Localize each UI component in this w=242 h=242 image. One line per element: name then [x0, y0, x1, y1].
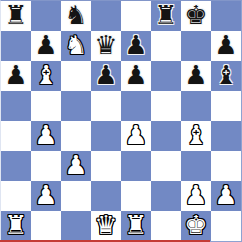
- black-pawn-piece[interactable]: ♟: [184, 61, 207, 90]
- square-f8[interactable]: ♜: [151, 1, 181, 31]
- black-pawn-piece[interactable]: ♟: [34, 31, 57, 60]
- square-g1[interactable]: ♚: [181, 211, 211, 241]
- black-pawn-piece[interactable]: ♟: [124, 31, 147, 60]
- square-d4[interactable]: [91, 121, 121, 151]
- square-f7[interactable]: [151, 31, 181, 61]
- square-f1[interactable]: [151, 211, 181, 241]
- square-b1[interactable]: [31, 211, 61, 241]
- square-c3[interactable]: ♟: [61, 151, 91, 181]
- black-pawn-piece[interactable]: ♟: [124, 61, 147, 90]
- square-e2[interactable]: [121, 181, 151, 211]
- black-knight-piece[interactable]: ♞: [64, 1, 87, 30]
- square-a6[interactable]: ♟: [1, 61, 31, 91]
- square-g4[interactable]: ♝: [181, 121, 211, 151]
- square-f6[interactable]: [151, 61, 181, 91]
- square-a1[interactable]: ♜: [1, 211, 31, 241]
- white-pawn-piece[interactable]: ♟: [34, 121, 57, 150]
- white-knight-piece[interactable]: ♞: [64, 31, 87, 60]
- white-bishop-piece[interactable]: ♝: [34, 61, 57, 90]
- square-e8[interactable]: [121, 1, 151, 31]
- black-pawn-piece[interactable]: ♟: [94, 61, 117, 90]
- square-h2[interactable]: ♟: [211, 181, 241, 211]
- square-c2[interactable]: [61, 181, 91, 211]
- square-a2[interactable]: [1, 181, 31, 211]
- square-f4[interactable]: [151, 121, 181, 151]
- black-pawn-piece[interactable]: ♟: [214, 31, 237, 60]
- square-e6[interactable]: ♟: [121, 61, 151, 91]
- square-b4[interactable]: ♟: [31, 121, 61, 151]
- square-b8[interactable]: [31, 1, 61, 31]
- square-b6[interactable]: ♝: [31, 61, 61, 91]
- square-e5[interactable]: [121, 91, 151, 121]
- square-b5[interactable]: [31, 91, 61, 121]
- black-pawn-piece[interactable]: ♟: [4, 61, 27, 90]
- black-king-piece[interactable]: ♚: [184, 1, 207, 30]
- square-h4[interactable]: [211, 121, 241, 151]
- square-g5[interactable]: [181, 91, 211, 121]
- square-e3[interactable]: [121, 151, 151, 181]
- square-e1[interactable]: ♜: [121, 211, 151, 241]
- square-a5[interactable]: [1, 91, 31, 121]
- square-h1[interactable]: [211, 211, 241, 241]
- square-d5[interactable]: [91, 91, 121, 121]
- square-g7[interactable]: [181, 31, 211, 61]
- square-b7[interactable]: ♟: [31, 31, 61, 61]
- square-c8[interactable]: ♞: [61, 1, 91, 31]
- square-g6[interactable]: ♟: [181, 61, 211, 91]
- black-rook-piece[interactable]: ♜: [154, 1, 177, 30]
- square-d3[interactable]: [91, 151, 121, 181]
- square-d8[interactable]: [91, 1, 121, 31]
- black-queen-piece[interactable]: ♛: [94, 31, 117, 60]
- white-pawn-piece[interactable]: ♟: [184, 181, 207, 210]
- square-d7[interactable]: ♛: [91, 31, 121, 61]
- white-rook-piece[interactable]: ♜: [4, 211, 27, 240]
- square-d2[interactable]: [91, 181, 121, 211]
- square-h6[interactable]: ♝: [211, 61, 241, 91]
- square-d1[interactable]: ♛: [91, 211, 121, 241]
- square-c6[interactable]: [61, 61, 91, 91]
- square-c1[interactable]: [61, 211, 91, 241]
- square-a7[interactable]: [1, 31, 31, 61]
- square-b2[interactable]: ♟: [31, 181, 61, 211]
- square-h8[interactable]: [211, 1, 241, 31]
- square-e4[interactable]: ♟: [121, 121, 151, 151]
- square-c5[interactable]: [61, 91, 91, 121]
- square-e7[interactable]: ♟: [121, 31, 151, 61]
- black-bishop-piece[interactable]: ♝: [214, 61, 237, 90]
- square-a4[interactable]: [1, 121, 31, 151]
- square-h5[interactable]: [211, 91, 241, 121]
- square-f5[interactable]: [151, 91, 181, 121]
- square-c4[interactable]: [61, 121, 91, 151]
- white-pawn-piece[interactable]: ♟: [64, 151, 87, 180]
- square-b3[interactable]: [31, 151, 61, 181]
- square-g2[interactable]: ♟: [181, 181, 211, 211]
- square-f2[interactable]: [151, 181, 181, 211]
- white-pawn-piece[interactable]: ♟: [124, 121, 147, 150]
- black-rook-piece[interactable]: ♜: [4, 1, 27, 30]
- chess-board: ♜♞♜♚♟♞♛♟♟♟♝♟♟♟♝♟♟♝♟♟♟♟♜♛♜♚: [0, 0, 242, 242]
- square-a3[interactable]: [1, 151, 31, 181]
- chess-app-window: ♜♞♜♚♟♞♛♟♟♟♝♟♟♟♝♟♟♝♟♟♟♟♜♛♜♚: [0, 0, 242, 242]
- square-d6[interactable]: ♟: [91, 61, 121, 91]
- white-queen-piece[interactable]: ♛: [94, 211, 117, 240]
- square-c7[interactable]: ♞: [61, 31, 91, 61]
- square-f3[interactable]: [151, 151, 181, 181]
- white-king-piece[interactable]: ♚: [184, 211, 207, 240]
- square-g8[interactable]: ♚: [181, 1, 211, 31]
- square-h3[interactable]: [211, 151, 241, 181]
- square-h7[interactable]: ♟: [211, 31, 241, 61]
- white-pawn-piece[interactable]: ♟: [34, 181, 57, 210]
- white-rook-piece[interactable]: ♜: [124, 211, 147, 240]
- square-g3[interactable]: [181, 151, 211, 181]
- square-a8[interactable]: ♜: [1, 1, 31, 31]
- white-bishop-piece[interactable]: ♝: [184, 121, 207, 150]
- white-pawn-piece[interactable]: ♟: [214, 181, 237, 210]
